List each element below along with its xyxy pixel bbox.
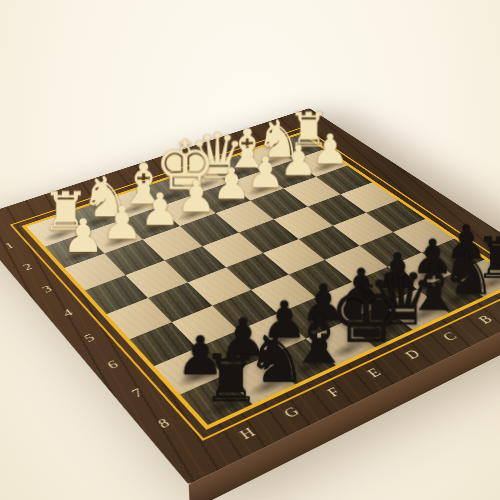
board-frame: HGFEDCBA 12345678 [0, 108, 500, 485]
square-e6 [251, 275, 316, 314]
square-h3 [64, 253, 125, 290]
square-a8 [452, 259, 500, 296]
square-h6 [130, 322, 197, 366]
scene: HGFEDCBA 12345678 ♜♞♝♛♚♝♞♜♟♟♟♟♟♟♟♟♟♟♟♟♟♟… [0, 0, 500, 500]
square-c7 [352, 267, 417, 305]
square-f7 [238, 314, 306, 357]
square-b8 [417, 274, 483, 313]
chessboard: HGFEDCBA 12345678 ♜♞♝♛♚♝♞♜♟♟♟♟♟♟♟♟♟♟♟♟♟♟… [0, 108, 500, 485]
photo-stage: { "game": "chess", "setup": "initial pos… [0, 0, 500, 500]
square-e7 [278, 297, 345, 338]
square-e8 [306, 322, 375, 366]
square-e5 [226, 253, 289, 290]
square-d8 [345, 305, 413, 347]
square-g5 [148, 282, 212, 322]
square-b7 [388, 253, 452, 290]
square-g7 [197, 330, 266, 375]
square-h5 [107, 298, 172, 339]
square-h7 [154, 348, 224, 395]
pinstripe-outer [10, 127, 500, 441]
square-h4 [85, 275, 148, 314]
square-f8 [266, 339, 336, 385]
square-f6 [212, 290, 278, 331]
square-d7 [316, 282, 382, 322]
square-g6 [172, 306, 238, 348]
square-g4 [126, 260, 188, 298]
square-d6 [289, 260, 353, 298]
square-c8 [382, 289, 449, 329]
square-h8 [180, 375, 252, 425]
square-g8 [224, 357, 295, 405]
square-f5 [188, 267, 251, 305]
